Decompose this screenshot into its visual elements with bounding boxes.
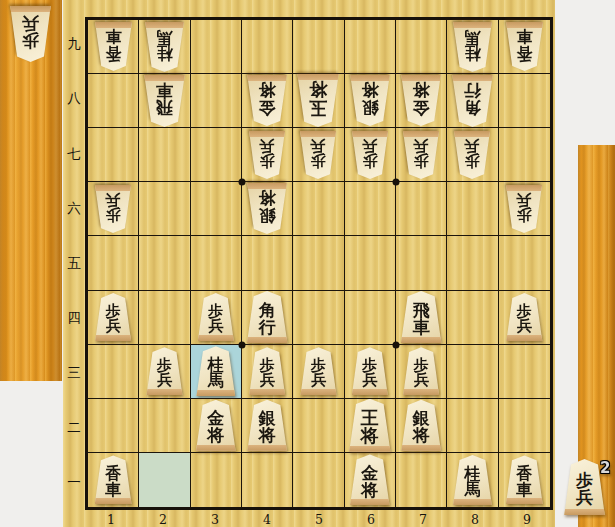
piece-kanji: 馬 bbox=[208, 373, 224, 389]
piece-kanji: 歩 bbox=[22, 32, 39, 49]
board-square[interactable]: 歩兵 bbox=[293, 128, 344, 182]
board-square[interactable] bbox=[499, 128, 550, 182]
rank-label: 九 bbox=[63, 17, 85, 72]
piece-kanji: 車 bbox=[516, 482, 532, 498]
shogi-piece-gold[interactable]: 金将 bbox=[399, 75, 443, 126]
piece-kanji: 兵 bbox=[414, 137, 429, 152]
piece-kanji: 角 bbox=[464, 99, 481, 116]
rank-labels: 九八七六五四三二一 bbox=[63, 17, 85, 510]
board-grid: 香車桂馬桂馬香車飛車金将玉将銀将金将角行歩兵歩兵歩兵歩兵歩兵歩兵銀将歩兵歩兵歩兵… bbox=[85, 17, 553, 510]
board-square[interactable]: 金将 bbox=[396, 74, 447, 128]
board-square[interactable]: 歩兵 bbox=[447, 128, 498, 182]
piece-kanji: 将 bbox=[413, 427, 430, 444]
board-square[interactable]: 歩兵 bbox=[499, 182, 550, 236]
shogi-piece-knight[interactable]: 桂馬 bbox=[143, 22, 186, 72]
board-square[interactable]: 香車 bbox=[88, 453, 139, 507]
board-square[interactable]: 歩兵 bbox=[242, 128, 293, 182]
piece-kanji: 兵 bbox=[157, 373, 172, 388]
board-square[interactable] bbox=[191, 236, 242, 290]
file-label: 4 bbox=[241, 511, 293, 527]
board-square[interactable] bbox=[447, 236, 498, 290]
board-square[interactable]: 桂馬 bbox=[191, 345, 242, 399]
file-label: 3 bbox=[189, 511, 241, 527]
shogi-piece-knight[interactable]: 桂馬 bbox=[194, 346, 237, 396]
piece-kanji: 銀 bbox=[259, 207, 276, 224]
shogi-piece-pawn[interactable]: 歩兵2 bbox=[562, 459, 607, 515]
board-square[interactable]: 金将 bbox=[345, 453, 396, 507]
piece-kanji: 兵 bbox=[311, 373, 326, 388]
piece-kanji: 兵 bbox=[465, 137, 480, 152]
board-square[interactable] bbox=[191, 74, 242, 128]
board-square[interactable] bbox=[242, 236, 293, 290]
board-square[interactable]: 歩兵 bbox=[345, 128, 396, 182]
piece-kanji: 将 bbox=[259, 81, 276, 98]
shogi-piece-pawn[interactable]: 歩兵 bbox=[8, 6, 53, 62]
piece-kanji: 兵 bbox=[414, 373, 429, 388]
piece-kanji: 兵 bbox=[106, 192, 121, 207]
board-square[interactable]: 金将 bbox=[191, 399, 242, 453]
board-square[interactable] bbox=[293, 399, 344, 453]
shogi-piece-lance[interactable]: 香車 bbox=[93, 22, 134, 71]
rank-label: 七 bbox=[63, 127, 85, 182]
file-label: 6 bbox=[345, 511, 397, 527]
file-labels: 123456789 bbox=[85, 511, 553, 527]
board-square[interactable] bbox=[293, 236, 344, 290]
shogi-piece-gold[interactable]: 金将 bbox=[245, 75, 289, 126]
rank-label: 八 bbox=[63, 72, 85, 127]
piece-kanji: 歩 bbox=[362, 153, 377, 168]
board-square[interactable] bbox=[345, 20, 396, 74]
shogi-piece-pawn[interactable]: 歩兵 bbox=[350, 347, 390, 395]
board-square[interactable] bbox=[88, 399, 139, 453]
piece-kanji: 行 bbox=[259, 319, 276, 336]
piece-kanji: 兵 bbox=[517, 319, 532, 334]
shogi-piece-pawn[interactable]: 歩兵 bbox=[452, 131, 492, 179]
piece-kanji: 歩 bbox=[517, 207, 532, 222]
star-point-icon bbox=[393, 179, 400, 186]
piece-kanji: 兵 bbox=[22, 15, 39, 32]
piece-kanji: 飛 bbox=[156, 99, 173, 116]
shogi-piece-lance[interactable]: 香車 bbox=[504, 22, 545, 71]
rank-label: 六 bbox=[63, 181, 85, 236]
board-square[interactable] bbox=[139, 399, 190, 453]
board-square[interactable]: 香車 bbox=[499, 20, 550, 74]
file-label: 8 bbox=[449, 511, 501, 527]
shogi-piece-king[interactable]: 王将 bbox=[347, 399, 393, 452]
piece-kanji: 兵 bbox=[260, 137, 275, 152]
piece-kanji: 将 bbox=[413, 81, 430, 98]
board-square[interactable] bbox=[293, 182, 344, 236]
board-square[interactable]: 角行 bbox=[242, 291, 293, 345]
board-square[interactable] bbox=[447, 399, 498, 453]
board-square[interactable]: 銀将 bbox=[345, 74, 396, 128]
piece-kanji: 兵 bbox=[260, 373, 275, 388]
piece-kanji: 将 bbox=[309, 80, 327, 98]
board-square[interactable] bbox=[345, 291, 396, 345]
board-square[interactable] bbox=[88, 74, 139, 128]
board-square[interactable] bbox=[139, 236, 190, 290]
board-square[interactable]: 桂馬 bbox=[447, 20, 498, 74]
piece-kanji: 兵 bbox=[208, 319, 223, 334]
shogi-piece-silver[interactable]: 銀将 bbox=[348, 75, 392, 126]
board-square[interactable] bbox=[447, 345, 498, 399]
board-square[interactable] bbox=[396, 236, 447, 290]
piece-kanji: 歩 bbox=[106, 207, 121, 222]
rank-label: 五 bbox=[63, 236, 85, 291]
piece-kanji: 歩 bbox=[414, 153, 429, 168]
piece-kanji: 兵 bbox=[517, 192, 532, 207]
board-square[interactable]: 王将 bbox=[345, 399, 396, 453]
shogi-piece-pawn[interactable]: 歩兵 bbox=[298, 131, 338, 179]
board-square[interactable] bbox=[396, 453, 447, 507]
piece-kanji: 歩 bbox=[311, 153, 326, 168]
board-square[interactable]: 香車 bbox=[499, 453, 550, 507]
board-square[interactable]: 銀将 bbox=[242, 182, 293, 236]
file-label: 5 bbox=[293, 511, 345, 527]
board-square[interactable]: 歩兵 bbox=[396, 128, 447, 182]
piece-kanji: 車 bbox=[105, 482, 121, 498]
piece-kanji: 将 bbox=[361, 81, 378, 98]
shogi-piece-pawn[interactable]: 歩兵 bbox=[93, 293, 133, 341]
shogi-piece-pawn[interactable]: 歩兵 bbox=[401, 131, 441, 179]
piece-kanji: 歩 bbox=[465, 153, 480, 168]
piece-kanji: 馬 bbox=[464, 482, 480, 498]
shogi-piece-silver[interactable]: 銀将 bbox=[245, 400, 289, 451]
board-square[interactable]: 金将 bbox=[242, 74, 293, 128]
board-square[interactable]: 玉将 bbox=[293, 74, 344, 128]
piece-kanji: 兵 bbox=[362, 137, 377, 152]
piece-kanji: 銀 bbox=[361, 99, 378, 116]
board-square[interactable]: 歩兵 bbox=[191, 291, 242, 345]
board-square[interactable] bbox=[293, 291, 344, 345]
piece-kanji: 玉 bbox=[309, 99, 327, 117]
shogi-piece-lance[interactable]: 香車 bbox=[93, 455, 134, 504]
board-square[interactable] bbox=[293, 20, 344, 74]
piece-kanji: 兵 bbox=[106, 319, 121, 334]
shogi-piece-pawn[interactable]: 歩兵 bbox=[401, 347, 441, 395]
shogi-piece-pawn[interactable]: 歩兵 bbox=[144, 347, 184, 395]
board-square[interactable]: 飛車 bbox=[396, 291, 447, 345]
board-square[interactable]: 桂馬 bbox=[139, 20, 190, 74]
shogi-piece-pawn[interactable]: 歩兵 bbox=[93, 185, 133, 233]
shogi-piece-gold[interactable]: 金将 bbox=[194, 400, 238, 451]
rank-label: 三 bbox=[63, 346, 85, 401]
piece-kanji: 歩 bbox=[260, 153, 275, 168]
board-square[interactable] bbox=[191, 182, 242, 236]
board-square[interactable] bbox=[345, 236, 396, 290]
board-square[interactable] bbox=[499, 236, 550, 290]
piece-kanji: 将 bbox=[259, 190, 276, 207]
shogi-piece-knight[interactable]: 桂馬 bbox=[451, 22, 494, 72]
board-square[interactable] bbox=[499, 399, 550, 453]
board-square[interactable]: 歩兵 bbox=[293, 345, 344, 399]
piece-kanji: 車 bbox=[156, 81, 173, 98]
piece-kanji: 車 bbox=[105, 28, 121, 44]
shogi-piece-bishop[interactable]: 角行 bbox=[245, 291, 290, 343]
board-square[interactable] bbox=[396, 20, 447, 74]
piece-kanji: 将 bbox=[259, 427, 276, 444]
board-square[interactable]: 歩兵 bbox=[499, 291, 550, 345]
piece-kanji: 将 bbox=[207, 427, 224, 444]
shogi-piece-rook[interactable]: 飛車 bbox=[142, 75, 187, 127]
piece-kanji: 香 bbox=[516, 45, 532, 61]
board-square[interactable]: 歩兵 bbox=[88, 182, 139, 236]
board-square[interactable] bbox=[242, 453, 293, 507]
rank-label: 二 bbox=[63, 400, 85, 455]
rank-label: 一 bbox=[63, 455, 85, 510]
shogi-piece-lance[interactable]: 香車 bbox=[504, 455, 545, 504]
board-square[interactable]: 歩兵 bbox=[396, 345, 447, 399]
shogi-piece-bishop[interactable]: 角行 bbox=[450, 75, 495, 127]
piece-kanji: 兵 bbox=[362, 373, 377, 388]
shogi-piece-knight[interactable]: 桂馬 bbox=[451, 455, 494, 505]
piece-kanji: 馬 bbox=[156, 28, 172, 44]
board-square[interactable] bbox=[191, 128, 242, 182]
piece-kanji: 金 bbox=[259, 99, 276, 116]
board-square[interactable]: 桂馬 bbox=[447, 453, 498, 507]
komadai-sente: 歩兵 bbox=[0, 0, 62, 381]
shogi-piece-pawn[interactable]: 歩兵 bbox=[504, 185, 544, 233]
piece-kanji: 車 bbox=[413, 319, 430, 336]
star-point-icon bbox=[238, 179, 245, 186]
rank-label: 四 bbox=[63, 291, 85, 346]
board-square[interactable] bbox=[242, 20, 293, 74]
shogi-piece-silver[interactable]: 銀将 bbox=[399, 400, 443, 451]
shogi-piece-pawn[interactable]: 歩兵 bbox=[350, 131, 390, 179]
board-square[interactable] bbox=[447, 182, 498, 236]
piece-kanji: 兵 bbox=[311, 137, 326, 152]
board-square[interactable] bbox=[345, 182, 396, 236]
board-square[interactable] bbox=[293, 453, 344, 507]
board-square[interactable]: 歩兵 bbox=[88, 291, 139, 345]
shogi-piece-pawn[interactable]: 歩兵 bbox=[247, 347, 287, 395]
board-square[interactable] bbox=[88, 128, 139, 182]
star-point-icon bbox=[238, 341, 245, 348]
shogi-piece-rook[interactable]: 飛車 bbox=[399, 291, 444, 343]
board-square[interactable] bbox=[499, 74, 550, 128]
board-square[interactable] bbox=[447, 291, 498, 345]
shogi-piece-king[interactable]: 玉将 bbox=[295, 74, 341, 127]
piece-kanji: 兵 bbox=[576, 489, 593, 506]
file-label: 2 bbox=[137, 511, 189, 527]
board-square[interactable]: 銀将 bbox=[396, 399, 447, 453]
board-square[interactable] bbox=[499, 345, 550, 399]
board-square[interactable]: 香車 bbox=[88, 20, 139, 74]
board-square[interactable] bbox=[191, 453, 242, 507]
piece-kanji: 将 bbox=[361, 482, 378, 499]
board-square[interactable]: 歩兵 bbox=[242, 345, 293, 399]
board-square[interactable] bbox=[139, 291, 190, 345]
file-label: 1 bbox=[85, 511, 137, 527]
shogi-piece-pawn[interactable]: 歩兵 bbox=[504, 293, 544, 341]
board-square[interactable] bbox=[139, 128, 190, 182]
piece-kanji: 車 bbox=[516, 28, 532, 44]
board-square[interactable]: 銀将 bbox=[242, 399, 293, 453]
board-square[interactable] bbox=[191, 20, 242, 74]
file-label: 7 bbox=[397, 511, 449, 527]
board-square[interactable] bbox=[139, 453, 190, 507]
piece-kanji: 金 bbox=[413, 99, 430, 116]
shogi-board: 九八七六五四三二一 123456789 香車桂馬桂馬香車飛車金将玉将銀将金将角行… bbox=[63, 0, 555, 527]
shogi-piece-pawn[interactable]: 歩兵 bbox=[298, 347, 338, 395]
shogi-piece-pawn[interactable]: 歩兵 bbox=[247, 131, 287, 179]
board-square[interactable]: 歩兵 bbox=[139, 345, 190, 399]
board-square[interactable]: 角行 bbox=[447, 74, 498, 128]
shogi-piece-pawn[interactable]: 歩兵 bbox=[196, 293, 236, 341]
board-square[interactable]: 飛車 bbox=[139, 74, 190, 128]
shogi-piece-silver[interactable]: 銀将 bbox=[245, 183, 289, 234]
star-point-icon bbox=[393, 341, 400, 348]
board-square[interactable]: 歩兵 bbox=[345, 345, 396, 399]
shogi-piece-gold[interactable]: 金将 bbox=[348, 454, 392, 505]
piece-kanji: 将 bbox=[361, 427, 379, 445]
piece-kanji: 行 bbox=[464, 81, 481, 98]
piece-kanji: 馬 bbox=[464, 28, 480, 44]
board-square[interactable] bbox=[88, 236, 139, 290]
board-square[interactable] bbox=[396, 182, 447, 236]
piece-kanji: 香 bbox=[105, 45, 121, 61]
komadai-gote: 歩兵2 bbox=[578, 145, 615, 527]
hand-piece-count: 2 bbox=[600, 459, 610, 477]
board-square[interactable] bbox=[139, 182, 190, 236]
file-label: 9 bbox=[501, 511, 553, 527]
board-square[interactable] bbox=[88, 345, 139, 399]
